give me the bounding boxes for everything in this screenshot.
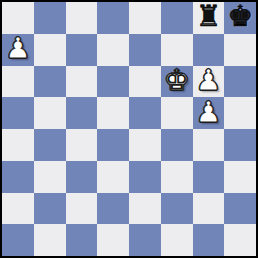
- square-a6[interactable]: [2, 66, 34, 98]
- white-king-f6[interactable]: ♚: [164, 66, 190, 95]
- square-h8[interactable]: ♚: [224, 2, 256, 34]
- square-g2[interactable]: [193, 193, 225, 225]
- square-b7[interactable]: [34, 34, 66, 66]
- square-g4[interactable]: [193, 129, 225, 161]
- square-f4[interactable]: [161, 129, 193, 161]
- square-b4[interactable]: [34, 129, 66, 161]
- square-d8[interactable]: [97, 2, 129, 34]
- square-g6[interactable]: ♟: [193, 66, 225, 98]
- square-a8[interactable]: [2, 2, 34, 34]
- white-pawn-g5[interactable]: ♟: [195, 98, 221, 127]
- square-f5[interactable]: [161, 97, 193, 129]
- square-f2[interactable]: [161, 193, 193, 225]
- square-b5[interactable]: [34, 97, 66, 129]
- square-h5[interactable]: [224, 97, 256, 129]
- square-b8[interactable]: [34, 2, 66, 34]
- square-d1[interactable]: [97, 224, 129, 256]
- square-f7[interactable]: [161, 34, 193, 66]
- square-e6[interactable]: [129, 66, 161, 98]
- square-c2[interactable]: [66, 193, 98, 225]
- square-h7[interactable]: [224, 34, 256, 66]
- black-rook-g8[interactable]: ♜: [195, 2, 221, 31]
- square-c6[interactable]: [66, 66, 98, 98]
- square-b2[interactable]: [34, 193, 66, 225]
- square-c3[interactable]: [66, 161, 98, 193]
- square-d7[interactable]: [97, 34, 129, 66]
- chess-board-frame: ♜♚♟♚♟♟: [0, 0, 258, 258]
- square-e3[interactable]: [129, 161, 161, 193]
- square-g8[interactable]: ♜: [193, 2, 225, 34]
- square-f8[interactable]: [161, 2, 193, 34]
- square-e7[interactable]: [129, 34, 161, 66]
- square-h1[interactable]: [224, 224, 256, 256]
- square-f1[interactable]: [161, 224, 193, 256]
- square-f3[interactable]: [161, 161, 193, 193]
- square-b1[interactable]: [34, 224, 66, 256]
- square-e8[interactable]: [129, 2, 161, 34]
- square-b3[interactable]: [34, 161, 66, 193]
- square-e1[interactable]: [129, 224, 161, 256]
- square-c7[interactable]: [66, 34, 98, 66]
- white-pawn-a7[interactable]: ♟: [5, 34, 31, 63]
- square-h3[interactable]: [224, 161, 256, 193]
- square-h2[interactable]: [224, 193, 256, 225]
- square-d5[interactable]: [97, 97, 129, 129]
- square-a5[interactable]: [2, 97, 34, 129]
- square-c1[interactable]: [66, 224, 98, 256]
- square-a2[interactable]: [2, 193, 34, 225]
- square-d3[interactable]: [97, 161, 129, 193]
- square-e4[interactable]: [129, 129, 161, 161]
- white-pawn-g6[interactable]: ♟: [195, 66, 221, 95]
- square-g3[interactable]: [193, 161, 225, 193]
- square-e5[interactable]: [129, 97, 161, 129]
- square-a3[interactable]: [2, 161, 34, 193]
- square-c5[interactable]: [66, 97, 98, 129]
- square-d6[interactable]: [97, 66, 129, 98]
- square-a4[interactable]: [2, 129, 34, 161]
- square-c4[interactable]: [66, 129, 98, 161]
- square-a7[interactable]: ♟: [2, 34, 34, 66]
- square-d4[interactable]: [97, 129, 129, 161]
- square-b6[interactable]: [34, 66, 66, 98]
- square-a1[interactable]: [2, 224, 34, 256]
- square-h4[interactable]: [224, 129, 256, 161]
- square-g5[interactable]: ♟: [193, 97, 225, 129]
- square-e2[interactable]: [129, 193, 161, 225]
- square-f6[interactable]: ♚: [161, 66, 193, 98]
- square-d2[interactable]: [97, 193, 129, 225]
- square-c8[interactable]: [66, 2, 98, 34]
- square-h6[interactable]: [224, 66, 256, 98]
- square-g1[interactable]: [193, 224, 225, 256]
- chess-board: ♜♚♟♚♟♟: [2, 2, 256, 256]
- square-g7[interactable]: [193, 34, 225, 66]
- black-king-h8[interactable]: ♚: [227, 2, 253, 31]
